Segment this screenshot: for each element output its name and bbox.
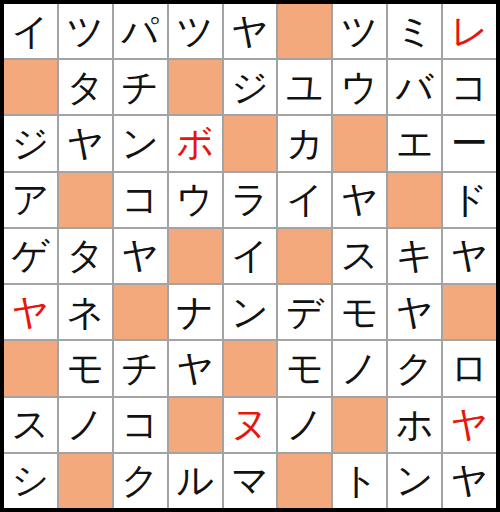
letter-cell-r9c3[interactable]: ク xyxy=(114,454,167,508)
letter-cell-r6c8[interactable]: ヤ xyxy=(388,285,441,339)
letter-cell-r3c6[interactable]: カ xyxy=(278,116,331,170)
letter-cell-r4c4[interactable]: ウ xyxy=(169,173,222,227)
letter-cell-r4c1[interactable]: ア xyxy=(4,173,57,227)
blocked-cell-r2c4 xyxy=(169,60,222,114)
letter-cell-r9c4[interactable]: ル xyxy=(169,454,222,508)
letter-cell-r2c2[interactable]: タ xyxy=(59,60,112,114)
blocked-cell-r6c3 xyxy=(114,285,167,339)
letter-cell-r8c5[interactable]: ヌ xyxy=(224,398,277,452)
letter-cell-r1c4[interactable]: ツ xyxy=(169,4,222,58)
letter-cell-r8c8[interactable]: ホ xyxy=(388,398,441,452)
blocked-cell-r4c2 xyxy=(59,173,112,227)
blocked-cell-r6c9 xyxy=(443,285,496,339)
letter-cell-r7c6[interactable]: モ xyxy=(278,341,331,395)
letter-cell-r8c6[interactable]: ノ xyxy=(278,398,331,452)
letter-cell-r7c9[interactable]: ロ xyxy=(443,341,496,395)
letter-cell-r8c3[interactable]: コ xyxy=(114,398,167,452)
letter-cell-r1c2[interactable]: ツ xyxy=(59,4,112,58)
letter-cell-r5c9[interactable]: ヤ xyxy=(443,229,496,283)
letter-cell-r1c7[interactable]: ツ xyxy=(333,4,386,58)
letter-cell-r6c1[interactable]: ヤ xyxy=(4,285,57,339)
letter-cell-r1c1[interactable]: イ xyxy=(4,4,57,58)
letter-cell-r9c1[interactable]: シ xyxy=(4,454,57,508)
letter-cell-r3c3[interactable]: ン xyxy=(114,116,167,170)
letter-cell-r7c4[interactable]: ヤ xyxy=(169,341,222,395)
letter-cell-r7c2[interactable]: モ xyxy=(59,341,112,395)
blocked-cell-r4c8 xyxy=(388,173,441,227)
letter-cell-r6c5[interactable]: ン xyxy=(224,285,277,339)
letter-cell-r9c5[interactable]: マ xyxy=(224,454,277,508)
letter-cell-r7c7[interactable]: ノ xyxy=(333,341,386,395)
blocked-cell-r5c6 xyxy=(278,229,331,283)
crossword-board: イツパツヤツミレタチジユウバコジヤンボカエーアコウライヤドゲタヤイスキヤヤネナン… xyxy=(0,0,500,512)
letter-cell-r7c8[interactable]: ク xyxy=(388,341,441,395)
letter-cell-r3c8[interactable]: エ xyxy=(388,116,441,170)
letter-cell-r1c9[interactable]: レ xyxy=(443,4,496,58)
letter-cell-r3c1[interactable]: ジ xyxy=(4,116,57,170)
blocked-cell-r7c1 xyxy=(4,341,57,395)
letter-cell-r5c8[interactable]: キ xyxy=(388,229,441,283)
letter-cell-r9c7[interactable]: ト xyxy=(333,454,386,508)
letter-cell-r4c7[interactable]: ヤ xyxy=(333,173,386,227)
blocked-cell-r1c6 xyxy=(278,4,331,58)
letter-cell-r9c8[interactable]: ン xyxy=(388,454,441,508)
letter-cell-r6c2[interactable]: ネ xyxy=(59,285,112,339)
letter-cell-r2c5[interactable]: ジ xyxy=(224,60,277,114)
blocked-cell-r9c6 xyxy=(278,454,331,508)
letter-cell-r5c3[interactable]: ヤ xyxy=(114,229,167,283)
letter-cell-r8c2[interactable]: ノ xyxy=(59,398,112,452)
letter-cell-r1c8[interactable]: ミ xyxy=(388,4,441,58)
blocked-cell-r9c2 xyxy=(59,454,112,508)
letter-cell-r4c9[interactable]: ド xyxy=(443,173,496,227)
letter-cell-r6c6[interactable]: デ xyxy=(278,285,331,339)
letter-cell-r4c5[interactable]: ラ xyxy=(224,173,277,227)
crossword-puzzle: イツパツヤツミレタチジユウバコジヤンボカエーアコウライヤドゲタヤイスキヤヤネナン… xyxy=(0,0,500,512)
letter-cell-r1c3[interactable]: パ xyxy=(114,4,167,58)
letter-cell-r4c6[interactable]: イ xyxy=(278,173,331,227)
letter-cell-r5c1[interactable]: ゲ xyxy=(4,229,57,283)
letter-cell-r8c1[interactable]: ス xyxy=(4,398,57,452)
letter-cell-r5c7[interactable]: ス xyxy=(333,229,386,283)
letter-cell-r2c8[interactable]: バ xyxy=(388,60,441,114)
letter-cell-r9c9[interactable]: ヤ xyxy=(443,454,496,508)
blocked-cell-r5c4 xyxy=(169,229,222,283)
blocked-cell-r3c5 xyxy=(224,116,277,170)
letter-cell-r3c9[interactable]: ー xyxy=(443,116,496,170)
letter-cell-r2c9[interactable]: コ xyxy=(443,60,496,114)
letter-cell-r5c5[interactable]: イ xyxy=(224,229,277,283)
letter-cell-r3c4[interactable]: ボ xyxy=(169,116,222,170)
letter-cell-r8c9[interactable]: ヤ xyxy=(443,398,496,452)
letter-cell-r6c4[interactable]: ナ xyxy=(169,285,222,339)
letter-cell-r2c6[interactable]: ユ xyxy=(278,60,331,114)
blocked-cell-r3c7 xyxy=(333,116,386,170)
blocked-cell-r2c1 xyxy=(4,60,57,114)
letter-cell-r6c7[interactable]: モ xyxy=(333,285,386,339)
letter-cell-r1c5[interactable]: ヤ xyxy=(224,4,277,58)
letter-cell-r7c3[interactable]: チ xyxy=(114,341,167,395)
letter-cell-r2c7[interactable]: ウ xyxy=(333,60,386,114)
blocked-cell-r8c7 xyxy=(333,398,386,452)
letter-cell-r4c3[interactable]: コ xyxy=(114,173,167,227)
letter-cell-r3c2[interactable]: ヤ xyxy=(59,116,112,170)
blocked-cell-r7c5 xyxy=(224,341,277,395)
letter-cell-r5c2[interactable]: タ xyxy=(59,229,112,283)
blocked-cell-r8c4 xyxy=(169,398,222,452)
letter-cell-r2c3[interactable]: チ xyxy=(114,60,167,114)
